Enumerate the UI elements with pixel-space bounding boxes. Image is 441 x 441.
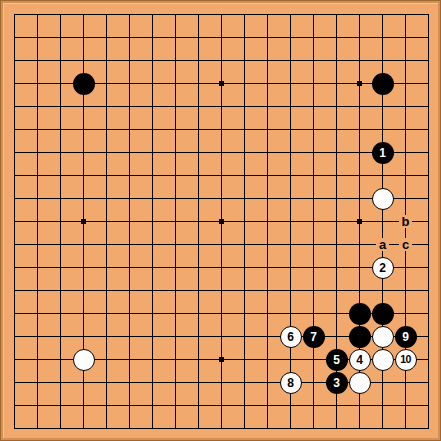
grid-cell — [244, 290, 267, 313]
grid-cell — [313, 60, 336, 83]
grid-cell — [14, 14, 37, 37]
star-point — [357, 81, 362, 86]
black-stone — [349, 303, 371, 325]
grid-cell — [244, 336, 267, 359]
grid-cell — [313, 14, 336, 37]
grid-cell — [221, 359, 244, 382]
grid-cell — [313, 83, 336, 106]
grid-cell — [198, 290, 221, 313]
grid-cell — [382, 37, 405, 60]
grid-cell — [37, 83, 60, 106]
grid-cell — [267, 175, 290, 198]
grid-cell — [152, 336, 175, 359]
grid-cell — [175, 359, 198, 382]
black-stone-7: 7 — [303, 326, 325, 348]
grid-cell — [221, 267, 244, 290]
grid-cell — [198, 359, 221, 382]
grid-cell — [198, 83, 221, 106]
grid-cell — [244, 60, 267, 83]
grid-cell — [83, 198, 106, 221]
move-number: 9 — [402, 330, 409, 342]
grid-cell — [221, 83, 244, 106]
grid-cell — [60, 175, 83, 198]
move-number: 3 — [333, 376, 340, 388]
grid-cell — [129, 83, 152, 106]
grid-cell — [405, 129, 428, 152]
move-number: 6 — [287, 330, 294, 342]
grid-cell — [405, 83, 428, 106]
grid-cell — [106, 336, 129, 359]
move-number: 5 — [333, 353, 340, 365]
grid-cell — [313, 405, 336, 428]
grid-cell — [267, 14, 290, 37]
grid-cell — [336, 221, 359, 244]
grid-cell — [221, 221, 244, 244]
grid-cell — [129, 152, 152, 175]
black-stone-5: 5 — [326, 349, 348, 371]
grid-cell — [267, 83, 290, 106]
grid-cell — [267, 290, 290, 313]
white-stone-6: 6 — [280, 326, 302, 348]
grid-cell — [175, 290, 198, 313]
grid-cell — [313, 221, 336, 244]
grid-cell — [106, 37, 129, 60]
grid-cell — [152, 382, 175, 405]
grid-cell — [405, 60, 428, 83]
grid-cell — [106, 290, 129, 313]
grid-cell — [175, 83, 198, 106]
grid-cell — [14, 290, 37, 313]
grid-cell — [60, 129, 83, 152]
grid-cell — [198, 382, 221, 405]
star-point — [81, 219, 86, 224]
grid-cell — [60, 244, 83, 267]
grid-cell — [37, 37, 60, 60]
white-stone — [73, 349, 95, 371]
grid-cell — [221, 382, 244, 405]
grid-cell — [152, 83, 175, 106]
grid-cell — [83, 244, 106, 267]
grid-cell — [313, 152, 336, 175]
grid-cell — [152, 290, 175, 313]
grid-cell — [198, 267, 221, 290]
grid-cell — [244, 83, 267, 106]
grid-cell — [313, 129, 336, 152]
grid-cell — [37, 106, 60, 129]
white-stone — [372, 349, 394, 371]
grid-cell — [221, 244, 244, 267]
grid-cell — [106, 221, 129, 244]
grid-cell — [336, 175, 359, 198]
grid-cell — [14, 37, 37, 60]
grid-cell — [152, 313, 175, 336]
grid-cell — [221, 290, 244, 313]
grid-cell — [60, 382, 83, 405]
grid-cell — [152, 106, 175, 129]
grid-cell — [290, 198, 313, 221]
white-stone-10: 10 — [395, 349, 417, 371]
grid-cell — [175, 221, 198, 244]
star-point — [219, 357, 224, 362]
grid-cell — [83, 14, 106, 37]
grid-cell — [198, 313, 221, 336]
grid-cell — [290, 267, 313, 290]
grid-cell — [198, 175, 221, 198]
grid-cell — [405, 14, 428, 37]
grid-cell — [313, 175, 336, 198]
grid-cell — [175, 60, 198, 83]
grid-cell — [244, 37, 267, 60]
grid-cell — [14, 405, 37, 428]
grid-cell — [221, 313, 244, 336]
grid-cell — [267, 60, 290, 83]
grid-cell — [37, 198, 60, 221]
grid-cell — [129, 14, 152, 37]
grid-cell — [336, 267, 359, 290]
grid-cell — [152, 221, 175, 244]
move-number: 4 — [356, 353, 363, 365]
grid-cell — [198, 152, 221, 175]
grid-cell — [83, 313, 106, 336]
grid-cell — [336, 83, 359, 106]
black-stone-3: 3 — [326, 372, 348, 394]
grid-cell — [198, 14, 221, 37]
move-number: 2 — [379, 261, 386, 273]
grid-cell — [14, 152, 37, 175]
grid-cell — [313, 198, 336, 221]
grid-cell — [37, 405, 60, 428]
grid-cell — [83, 405, 106, 428]
grid-cell — [14, 129, 37, 152]
grid-cell — [152, 175, 175, 198]
grid-cell — [14, 60, 37, 83]
grid-cell — [336, 37, 359, 60]
point-label-c: c — [399, 238, 412, 251]
grid-cell — [382, 14, 405, 37]
star-point — [219, 81, 224, 86]
grid-cell — [221, 152, 244, 175]
grid-cell — [37, 313, 60, 336]
grid-cell — [129, 359, 152, 382]
grid-cell — [359, 14, 382, 37]
grid-cell — [129, 405, 152, 428]
grid-cell — [106, 313, 129, 336]
grid-cell — [359, 106, 382, 129]
star-point — [219, 219, 224, 224]
grid-cell — [313, 267, 336, 290]
grid-cell — [267, 152, 290, 175]
grid-cell — [37, 175, 60, 198]
grid-cell — [359, 37, 382, 60]
grid-cell — [290, 221, 313, 244]
grid-cell — [60, 152, 83, 175]
white-stone — [372, 326, 394, 348]
grid-cell — [129, 382, 152, 405]
grid-cell — [290, 129, 313, 152]
grid-cell — [37, 60, 60, 83]
grid-cell — [37, 290, 60, 313]
grid-cell — [290, 290, 313, 313]
grid-cell — [405, 290, 428, 313]
grid-cell — [60, 267, 83, 290]
grid-cell — [175, 336, 198, 359]
grid-cell — [60, 106, 83, 129]
grid-cell — [221, 106, 244, 129]
grid-cell — [244, 152, 267, 175]
grid-cell — [244, 267, 267, 290]
grid-cell — [37, 14, 60, 37]
grid-cell — [14, 198, 37, 221]
grid-cell — [175, 382, 198, 405]
grid-cell — [267, 37, 290, 60]
star-point — [357, 219, 362, 224]
grid-cell — [152, 152, 175, 175]
grid-cell — [106, 152, 129, 175]
grid-cell — [129, 129, 152, 152]
grid-cell — [83, 106, 106, 129]
grid-cell — [267, 244, 290, 267]
black-stone — [372, 73, 394, 95]
grid-cell — [221, 129, 244, 152]
grid-cell — [106, 405, 129, 428]
grid-cell — [290, 37, 313, 60]
grid-cell — [106, 106, 129, 129]
grid-cell — [14, 83, 37, 106]
grid-cell — [267, 221, 290, 244]
grid-cell — [14, 244, 37, 267]
grid-cell — [106, 359, 129, 382]
grid-cell — [152, 405, 175, 428]
move-number: 8 — [287, 376, 294, 388]
grid-cell — [244, 175, 267, 198]
grid-cell — [60, 198, 83, 221]
grid-cell — [106, 60, 129, 83]
grid-cell — [129, 290, 152, 313]
grid-cell — [336, 152, 359, 175]
grid-cell — [83, 221, 106, 244]
grid-cell — [244, 14, 267, 37]
grid-cell — [106, 14, 129, 37]
grid-cell — [60, 221, 83, 244]
black-stone — [372, 303, 394, 325]
grid-cell — [244, 129, 267, 152]
grid-cell — [198, 221, 221, 244]
move-number: 7 — [310, 330, 317, 342]
grid-cell — [175, 129, 198, 152]
point-label-b: b — [399, 215, 412, 228]
grid-cell — [198, 129, 221, 152]
grid-cell — [152, 129, 175, 152]
grid-cell — [313, 244, 336, 267]
grid-cell — [175, 405, 198, 428]
grid-cell — [198, 336, 221, 359]
grid-cell — [106, 198, 129, 221]
grid-cell — [37, 382, 60, 405]
grid-cell — [244, 359, 267, 382]
grid-cell — [106, 83, 129, 106]
grid-cell — [405, 152, 428, 175]
grid-cell — [290, 83, 313, 106]
grid-cell — [290, 14, 313, 37]
grid-cell — [152, 244, 175, 267]
grid-cell — [382, 382, 405, 405]
grid-cell — [336, 244, 359, 267]
grid-cell — [14, 382, 37, 405]
white-stone-8: 8 — [280, 372, 302, 394]
grid-cell — [14, 359, 37, 382]
grid-cell — [129, 198, 152, 221]
grid-cell — [106, 267, 129, 290]
grid-cell — [106, 244, 129, 267]
grid-cell — [83, 152, 106, 175]
grid-cell — [37, 267, 60, 290]
grid-cell — [129, 336, 152, 359]
grid-cell — [83, 382, 106, 405]
grid-cell — [152, 37, 175, 60]
grid-cell — [244, 221, 267, 244]
grid-cell — [175, 14, 198, 37]
grid-cell — [267, 267, 290, 290]
grid-cell — [382, 405, 405, 428]
grid-cell — [152, 198, 175, 221]
grid-cell — [198, 106, 221, 129]
go-board: 12679541083bac — [0, 0, 441, 441]
black-stone-1: 1 — [372, 142, 394, 164]
grid-cell — [83, 175, 106, 198]
grid-cell — [198, 60, 221, 83]
grid-cell — [244, 106, 267, 129]
grid-cell — [221, 60, 244, 83]
grid-cell — [336, 60, 359, 83]
grid-cell — [129, 244, 152, 267]
grid-cell — [175, 198, 198, 221]
grid-cell — [244, 313, 267, 336]
grid-cell — [152, 267, 175, 290]
grid-cell — [37, 244, 60, 267]
grid-cell — [129, 37, 152, 60]
grid-cell — [14, 313, 37, 336]
grid-cell — [152, 60, 175, 83]
grid-cell — [290, 244, 313, 267]
grid-cell — [83, 37, 106, 60]
grid-cell — [359, 405, 382, 428]
grid-cell — [405, 106, 428, 129]
grid-cell — [336, 198, 359, 221]
grid-cell — [244, 244, 267, 267]
white-stone — [349, 372, 371, 394]
grid-cell — [14, 106, 37, 129]
grid-cell — [175, 175, 198, 198]
grid-cell — [267, 106, 290, 129]
grid-cell — [106, 129, 129, 152]
grid-cell — [267, 129, 290, 152]
grid-cell — [198, 198, 221, 221]
grid-cell — [37, 152, 60, 175]
grid-cell — [313, 37, 336, 60]
grid-cell — [14, 175, 37, 198]
grid-cell — [14, 221, 37, 244]
grid-cell — [290, 405, 313, 428]
grid-cell — [244, 405, 267, 428]
grid-cell — [60, 290, 83, 313]
grid-cell — [14, 336, 37, 359]
white-stone — [372, 188, 394, 210]
grid-cell — [267, 405, 290, 428]
grid-cell — [129, 60, 152, 83]
grid-cell — [221, 14, 244, 37]
grid-cell — [106, 382, 129, 405]
grid-cell — [244, 198, 267, 221]
grid-cell — [313, 106, 336, 129]
grid-cell — [83, 290, 106, 313]
grid-cell — [152, 14, 175, 37]
grid-cell — [313, 290, 336, 313]
grid-cell — [37, 359, 60, 382]
grid-cell — [336, 106, 359, 129]
grid-cell — [14, 267, 37, 290]
grid-cell — [129, 221, 152, 244]
grid-cell — [405, 382, 428, 405]
grid-cell — [405, 405, 428, 428]
grid-cell — [221, 405, 244, 428]
grid-cell — [336, 405, 359, 428]
grid-cell — [175, 37, 198, 60]
grid-cell — [129, 313, 152, 336]
grid-cell — [405, 267, 428, 290]
grid-cell — [198, 405, 221, 428]
grid-cell — [60, 37, 83, 60]
white-stone-4: 4 — [349, 349, 371, 371]
grid-cell — [198, 37, 221, 60]
grid-cell — [198, 244, 221, 267]
grid-cell — [83, 129, 106, 152]
grid-cell — [290, 60, 313, 83]
grid-cell — [129, 267, 152, 290]
grid-cell — [106, 175, 129, 198]
grid-cell — [221, 37, 244, 60]
grid-cell — [290, 106, 313, 129]
grid-cell — [60, 405, 83, 428]
grid-cell — [336, 129, 359, 152]
grid-cell — [152, 359, 175, 382]
grid-cell — [221, 336, 244, 359]
grid-cell — [382, 106, 405, 129]
grid-cell — [290, 152, 313, 175]
grid-cell — [244, 382, 267, 405]
grid-cell — [129, 106, 152, 129]
white-stone-2: 2 — [372, 257, 394, 279]
move-number: 1 — [379, 146, 386, 158]
point-label-a: a — [376, 238, 389, 251]
grid-cell — [175, 267, 198, 290]
grid-cell — [267, 198, 290, 221]
grid-cell — [60, 14, 83, 37]
black-stone-9: 9 — [395, 326, 417, 348]
black-stone — [349, 326, 371, 348]
grid-cell — [37, 221, 60, 244]
move-number: 10 — [400, 354, 411, 365]
grid-cell — [290, 175, 313, 198]
black-stone — [73, 73, 95, 95]
grid-cell — [405, 175, 428, 198]
grid-cell — [221, 198, 244, 221]
grid-cell — [83, 267, 106, 290]
grid-cell — [129, 175, 152, 198]
grid-cell — [175, 106, 198, 129]
grid-cell — [37, 129, 60, 152]
grid-cell — [175, 152, 198, 175]
grid-cell — [175, 313, 198, 336]
